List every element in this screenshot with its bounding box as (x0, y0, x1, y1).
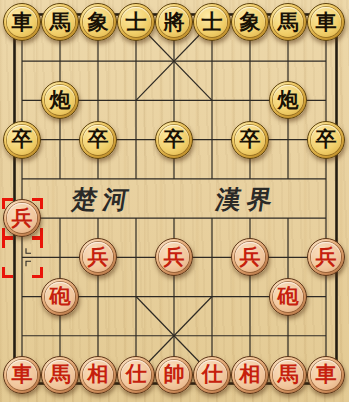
piece-character: 象 (235, 7, 265, 37)
piece-black-elephant[interactable]: 象 (79, 3, 117, 41)
piece-character: 士 (197, 7, 227, 37)
piece-character: 卒 (311, 125, 341, 155)
piece-black-general[interactable]: 將 (155, 3, 193, 41)
river-label-left: 楚河 (69, 183, 136, 216)
piece-character: 車 (7, 360, 37, 390)
piece-character: 仕 (121, 360, 151, 390)
piece-character: 仕 (197, 360, 227, 390)
piece-character: 士 (121, 7, 151, 37)
piece-black-chariot[interactable]: 車 (3, 3, 41, 41)
piece-black-soldier[interactable]: 卒 (231, 121, 269, 159)
piece-black-advisor[interactable]: 士 (117, 3, 155, 41)
piece-character: 兵 (235, 242, 265, 272)
piece-red-horse[interactable]: 馬 (41, 356, 79, 394)
piece-black-elephant[interactable]: 象 (231, 3, 269, 41)
piece-character: 砲 (45, 282, 75, 312)
piece-character: 卒 (159, 125, 189, 155)
piece-character: 相 (235, 360, 265, 390)
piece-black-horse[interactable]: 馬 (269, 3, 307, 41)
piece-character: 相 (83, 360, 113, 390)
piece-red-cannon[interactable]: 砲 (41, 278, 79, 316)
piece-black-soldier[interactable]: 卒 (79, 121, 117, 159)
piece-character: 車 (311, 7, 341, 37)
piece-character: 車 (7, 7, 37, 37)
piece-character: 兵 (311, 242, 341, 272)
board-grid (0, 0, 349, 402)
piece-black-advisor[interactable]: 士 (193, 3, 231, 41)
piece-character: 車 (311, 360, 341, 390)
piece-character: 卒 (83, 125, 113, 155)
piece-black-soldier[interactable]: 卒 (307, 121, 345, 159)
piece-red-elephant[interactable]: 相 (79, 356, 117, 394)
piece-black-horse[interactable]: 馬 (41, 3, 79, 41)
piece-character: 兵 (159, 242, 189, 272)
piece-character: 炮 (273, 85, 303, 115)
piece-red-chariot[interactable]: 車 (307, 356, 345, 394)
piece-character: 炮 (45, 85, 75, 115)
piece-character: 卒 (235, 125, 265, 155)
piece-red-advisor[interactable]: 仕 (117, 356, 155, 394)
river-label-right: 漢界 (213, 183, 280, 216)
piece-character: 馬 (45, 360, 75, 390)
piece-character: 卒 (7, 125, 37, 155)
piece-character: 將 (159, 7, 189, 37)
piece-red-advisor[interactable]: 仕 (193, 356, 231, 394)
piece-character: 兵 (83, 242, 113, 272)
piece-red-general[interactable]: 帥 (155, 356, 193, 394)
piece-black-soldier[interactable]: 卒 (3, 121, 41, 159)
piece-character: 馬 (273, 7, 303, 37)
piece-red-soldier[interactable]: 兵 (3, 199, 41, 237)
piece-character: 兵 (7, 203, 37, 233)
piece-character: 馬 (273, 360, 303, 390)
move-from-marker (2, 237, 43, 278)
piece-black-soldier[interactable]: 卒 (155, 121, 193, 159)
piece-red-chariot[interactable]: 車 (3, 356, 41, 394)
piece-character: 象 (83, 7, 113, 37)
piece-character: 馬 (45, 7, 75, 37)
piece-red-cannon[interactable]: 砲 (269, 278, 307, 316)
piece-character: 帥 (159, 360, 189, 390)
piece-character: 砲 (273, 282, 303, 312)
piece-red-horse[interactable]: 馬 (269, 356, 307, 394)
piece-black-chariot[interactable]: 車 (307, 3, 345, 41)
xiangqi-board[interactable]: 楚河 漢界 車馬象士將士象馬車炮炮卒卒卒卒卒兵兵兵兵兵砲砲車馬相仕帥仕相馬車 (0, 0, 349, 402)
piece-red-elephant[interactable]: 相 (231, 356, 269, 394)
